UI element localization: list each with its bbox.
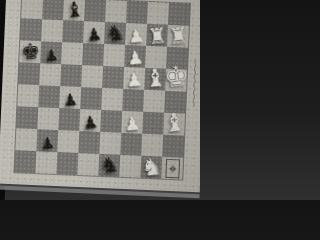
square-f2[interactable] bbox=[120, 133, 142, 156]
black-knight[interactable]: ♞ bbox=[99, 154, 120, 177]
square-h3[interactable]: ♝ bbox=[163, 113, 185, 136]
white-pawn[interactable]: ♟ bbox=[123, 114, 141, 134]
square-b2[interactable]: ♟ bbox=[36, 129, 58, 152]
square-b4[interactable] bbox=[38, 85, 60, 108]
square-c3[interactable] bbox=[58, 108, 80, 131]
black-king[interactable]: ♚ bbox=[20, 40, 41, 63]
square-e6[interactable] bbox=[103, 44, 125, 67]
square-b8[interactable] bbox=[42, 0, 64, 20]
square-c8[interactable]: ♝ bbox=[63, 0, 85, 21]
square-b7[interactable] bbox=[41, 19, 63, 42]
square-b3[interactable] bbox=[37, 107, 59, 130]
square-b5[interactable] bbox=[39, 63, 61, 86]
square-d3[interactable]: ♟ bbox=[79, 109, 101, 132]
square-f7[interactable]: ♟ bbox=[125, 23, 147, 46]
square-d5[interactable] bbox=[81, 65, 103, 88]
square-g7[interactable]: ♜ bbox=[146, 24, 168, 47]
black-pawn[interactable]: ♟ bbox=[39, 135, 55, 152]
square-a6[interactable]: ♚ bbox=[19, 40, 41, 63]
square-e1[interactable]: ♞ bbox=[98, 154, 120, 177]
square-d6[interactable] bbox=[82, 43, 104, 66]
square-e4[interactable] bbox=[101, 88, 123, 111]
square-f1[interactable] bbox=[119, 155, 141, 178]
square-f4[interactable] bbox=[122, 89, 144, 112]
black-pawn[interactable]: ♟ bbox=[43, 47, 59, 64]
white-pawn[interactable]: ♟ bbox=[126, 48, 144, 68]
square-a8[interactable] bbox=[21, 0, 43, 19]
square-e5[interactable] bbox=[102, 66, 124, 89]
white-rook[interactable]: ♜ bbox=[147, 24, 168, 47]
square-e3[interactable] bbox=[100, 110, 122, 133]
square-f8[interactable] bbox=[126, 1, 148, 24]
square-c4[interactable]: ♟ bbox=[59, 86, 81, 109]
square-a1[interactable] bbox=[14, 150, 36, 173]
square-a3[interactable] bbox=[16, 106, 38, 129]
square-b6[interactable]: ♟ bbox=[40, 41, 62, 64]
square-f5[interactable]: ♟ bbox=[123, 67, 145, 90]
white-pawn[interactable]: ♟ bbox=[127, 26, 145, 46]
square-c2[interactable] bbox=[57, 130, 79, 153]
square-a5[interactable] bbox=[18, 62, 40, 85]
board-photo: ♝♟♞♟♜♜♚♟♟♟♝♚♟♟♟♝♟♞♞❖ bbox=[0, 0, 200, 194]
square-d8[interactable] bbox=[84, 0, 106, 22]
square-d1[interactable] bbox=[77, 153, 99, 176]
square-a4[interactable] bbox=[17, 84, 39, 107]
square-h5[interactable]: ♚ bbox=[165, 69, 187, 92]
square-g3[interactable] bbox=[142, 112, 164, 135]
black-knight[interactable]: ♞ bbox=[104, 22, 125, 45]
chess-board: ♝♟♞♟♜♜♚♟♟♟♝♚♟♟♟♝♟♞♞❖ bbox=[14, 0, 190, 180]
square-c5[interactable] bbox=[60, 64, 82, 87]
square-e7[interactable]: ♞ bbox=[104, 22, 126, 45]
square-d7[interactable]: ♟ bbox=[83, 21, 105, 44]
square-g1[interactable]: ♞ bbox=[140, 156, 162, 179]
handwriting-annotation bbox=[190, 58, 198, 108]
board-maker-emblem: ❖ bbox=[165, 159, 180, 179]
white-knight[interactable]: ♞ bbox=[140, 154, 163, 179]
black-pawn[interactable]: ♟ bbox=[62, 91, 78, 109]
square-c6[interactable] bbox=[61, 42, 83, 65]
black-pawn[interactable]: ♟ bbox=[82, 114, 99, 133]
square-a2[interactable] bbox=[15, 128, 37, 151]
square-b1[interactable] bbox=[35, 151, 57, 174]
square-f3[interactable]: ♟ bbox=[121, 111, 143, 134]
square-g8[interactable] bbox=[147, 2, 169, 25]
square-d4[interactable] bbox=[80, 87, 102, 110]
black-pawn[interactable]: ♟ bbox=[85, 26, 102, 45]
white-bishop[interactable]: ♝ bbox=[162, 109, 187, 136]
square-c7[interactable] bbox=[62, 20, 84, 43]
square-h1[interactable]: ❖ bbox=[161, 157, 183, 180]
square-h7[interactable]: ♜ bbox=[167, 25, 189, 48]
white-pawn[interactable]: ♟ bbox=[125, 70, 143, 90]
square-d2[interactable] bbox=[78, 131, 100, 154]
white-rook[interactable]: ♜ bbox=[167, 24, 189, 48]
black-bishop[interactable]: ♝ bbox=[64, 0, 85, 22]
white-king[interactable]: ♚ bbox=[162, 62, 190, 92]
square-c1[interactable] bbox=[56, 152, 78, 175]
